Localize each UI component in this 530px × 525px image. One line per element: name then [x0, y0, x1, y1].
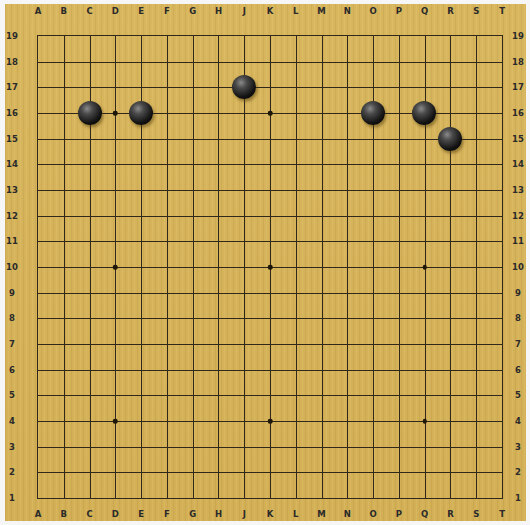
coordinate-label: 5 — [9, 391, 15, 400]
coordinate-label: F — [164, 510, 170, 519]
coordinate-label: 4 — [9, 417, 15, 426]
coordinate-label: C — [86, 510, 92, 519]
coordinate-label: E — [138, 510, 144, 519]
coordinate-label: N — [344, 7, 351, 16]
coordinate-label: F — [164, 7, 170, 16]
coordinate-label: 1 — [515, 494, 521, 503]
coordinate-label: O — [370, 510, 377, 519]
coordinate-label: Q — [421, 7, 428, 16]
coordinate-label: R — [447, 510, 454, 519]
coordinate-label: 8 — [9, 314, 15, 323]
coordinate-label: D — [112, 7, 119, 16]
coordinate-label: 9 — [515, 288, 521, 297]
coordinate-label: 15 — [6, 134, 18, 143]
coordinate-label: J — [243, 7, 246, 16]
coordinate-label: 11 — [6, 237, 18, 246]
coordinate-label: P — [396, 510, 402, 519]
coordinate-label: 14 — [6, 160, 18, 169]
stone-black — [129, 101, 153, 125]
coordinate-label: L — [293, 7, 298, 16]
coordinate-label: A — [35, 7, 42, 16]
coordinate-label: Q — [421, 510, 428, 519]
coordinate-label: K — [267, 510, 274, 519]
coordinate-label: K — [267, 7, 274, 16]
coordinate-label: J — [243, 510, 246, 519]
coordinate-label: S — [473, 510, 479, 519]
coordinate-label: C — [86, 7, 92, 16]
coordinate-label: 13 — [6, 186, 18, 195]
coordinate-label: 5 — [515, 391, 521, 400]
coordinate-label: 7 — [9, 340, 15, 349]
coordinate-label: R — [447, 7, 454, 16]
coordinate-label: 1 — [9, 494, 15, 503]
coordinate-label: 6 — [9, 365, 15, 374]
coordinate-label: 2 — [515, 468, 521, 477]
coordinate-label: M — [317, 7, 325, 16]
stone-black — [438, 127, 462, 151]
coordinate-label: S — [473, 7, 479, 16]
coordinate-label: D — [112, 510, 119, 519]
coordinate-label: 3 — [515, 442, 521, 451]
coordinate-label: A — [35, 510, 42, 519]
coordinate-label: 2 — [9, 468, 15, 477]
stone-black — [78, 101, 102, 125]
stone-black — [412, 101, 436, 125]
coordinate-label: B — [61, 510, 67, 519]
coordinate-label: 8 — [515, 314, 521, 323]
coordinate-label: 18 — [6, 57, 18, 66]
coordinate-label: 12 — [6, 211, 18, 220]
stone-black — [232, 75, 256, 99]
coordinate-label: E — [138, 7, 144, 16]
coordinate-label: 3 — [9, 442, 15, 451]
coordinate-label: H — [215, 7, 222, 16]
coordinate-label: 16 — [6, 109, 18, 118]
coordinate-label: 6 — [515, 365, 521, 374]
stone-black — [361, 101, 385, 125]
coordinate-label: T — [499, 7, 505, 16]
coordinate-label: 10 — [6, 263, 18, 272]
coordinate-label: 19 — [6, 32, 18, 41]
coordinate-label: 4 — [515, 417, 521, 426]
coordinate-label: L — [293, 510, 298, 519]
coordinate-label: P — [396, 7, 402, 16]
stones-grid — [25, 23, 515, 510]
coordinate-label: M — [317, 510, 325, 519]
coordinate-label: H — [215, 510, 222, 519]
coordinate-label: 17 — [6, 83, 18, 92]
coordinate-label: T — [499, 510, 505, 519]
coordinate-label: G — [189, 7, 196, 16]
coordinate-label: 7 — [515, 340, 521, 349]
coordinate-label: 9 — [9, 288, 15, 297]
coordinate-label: G — [189, 510, 196, 519]
go-diagram: AABBCCDDEEFFGGHHJJKKLLMMNNOOPPQQRRSSTT19… — [0, 0, 530, 525]
coordinate-label: N — [344, 510, 351, 519]
coordinate-label: O — [370, 7, 377, 16]
go-board[interactable]: AABBCCDDEEFFGGHHJJKKLLMMNNOOPPQQRRSSTT19… — [5, 4, 526, 521]
coordinate-label: B — [61, 7, 67, 16]
